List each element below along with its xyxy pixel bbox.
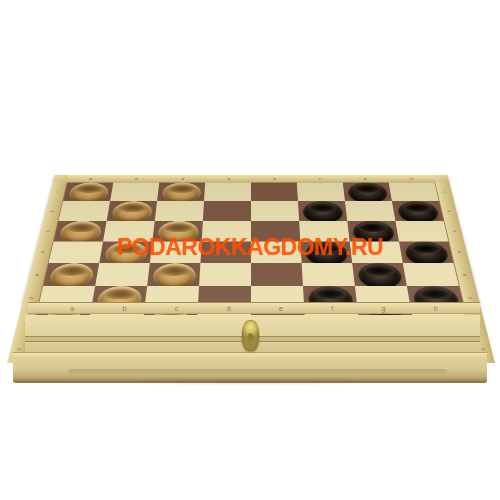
file-label: d xyxy=(227,305,231,312)
file-label: g xyxy=(382,305,386,312)
file-label: e xyxy=(279,305,283,312)
board-square-dark[interactable] xyxy=(343,182,392,201)
rank-label: 3 xyxy=(452,230,456,233)
board-square-light[interactable] xyxy=(345,201,395,221)
rail-top: abcdefgh xyxy=(67,175,436,182)
board-square-dark[interactable] xyxy=(352,263,407,286)
watermark-text: PODAROKKAGDOMY.RU xyxy=(0,234,500,261)
product-photo: abcdefgh 12345678 12345678 abcdefgh PODA… xyxy=(0,0,500,500)
file-label: h xyxy=(434,305,438,312)
checker-white[interactable] xyxy=(47,263,95,289)
board-square-light[interactable] xyxy=(204,182,251,201)
board-square-dark[interactable] xyxy=(251,182,298,201)
board-square-light[interactable] xyxy=(403,263,459,286)
shadow xyxy=(45,378,455,390)
board-square-light[interactable] xyxy=(302,263,355,286)
file-label: h xyxy=(409,177,413,179)
board-square-dark[interactable] xyxy=(107,201,157,221)
board-square-dark[interactable] xyxy=(251,263,303,286)
board-square-dark[interactable] xyxy=(147,263,200,286)
board-square-light[interactable] xyxy=(251,201,299,221)
rank-label: 1 xyxy=(56,190,60,193)
file-label: b xyxy=(135,177,139,179)
rank-label: 3 xyxy=(46,230,50,233)
board-square-dark[interactable] xyxy=(43,263,99,286)
board-square-dark[interactable] xyxy=(203,201,251,221)
rank-label: 6 xyxy=(29,296,34,299)
file-label: f xyxy=(319,177,321,179)
file-label: g xyxy=(363,177,367,179)
board-square-light[interactable] xyxy=(58,201,110,221)
board-square-light[interactable] xyxy=(110,182,159,201)
rank-label: 1 xyxy=(442,190,446,193)
clasp xyxy=(242,320,259,351)
file-label: b xyxy=(122,305,126,312)
file-label: a xyxy=(70,305,74,312)
checker-white[interactable] xyxy=(151,263,196,289)
board-square-light[interactable] xyxy=(95,263,150,286)
board-square-light[interactable] xyxy=(389,182,439,201)
rank-label: 5 xyxy=(463,273,468,276)
board-front-lip: abcdefgh xyxy=(28,302,480,314)
board-square-light[interactable] xyxy=(199,263,251,286)
rank-label: 6 xyxy=(468,296,473,299)
rank-label: 2 xyxy=(51,209,55,212)
rank-label: 8 xyxy=(481,347,486,351)
board-square-dark[interactable] xyxy=(392,201,444,221)
checker-black[interactable] xyxy=(357,263,403,289)
rank-label: 5 xyxy=(35,273,40,276)
file-label: f xyxy=(331,305,333,312)
rank-label: 2 xyxy=(447,209,451,212)
file-label: a xyxy=(89,177,93,179)
board-square-light[interactable] xyxy=(155,201,204,221)
frame-corner xyxy=(434,175,449,182)
board-square-light[interactable] xyxy=(297,182,345,201)
file-label: c xyxy=(181,177,184,179)
board-square-dark[interactable] xyxy=(298,201,347,221)
board-square-dark[interactable] xyxy=(63,182,113,201)
file-label: e xyxy=(273,177,276,179)
file-label: d xyxy=(227,177,230,179)
board-square-dark[interactable] xyxy=(157,182,205,201)
file-label: c xyxy=(175,305,179,312)
rank-label: 8 xyxy=(16,347,21,351)
